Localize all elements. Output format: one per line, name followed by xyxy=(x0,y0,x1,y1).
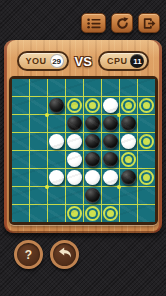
black-disc xyxy=(85,188,100,203)
cell-c7[interactable] xyxy=(48,187,65,204)
cell-h7[interactable] xyxy=(138,187,155,204)
cell-d6 xyxy=(66,169,83,186)
black-disc xyxy=(85,134,100,149)
cell-f8[interactable] xyxy=(102,205,119,222)
board-star-dot xyxy=(117,113,121,117)
question-mark-icon: ? xyxy=(25,248,32,262)
cell-a5[interactable] xyxy=(12,151,29,168)
circular-restart-arrow-icon xyxy=(116,17,129,30)
cell-h6[interactable] xyxy=(138,169,155,186)
black-disc xyxy=(85,152,100,167)
cell-b7[interactable] xyxy=(30,187,47,204)
undo-button[interactable] xyxy=(50,240,79,269)
cell-c6 xyxy=(48,169,65,186)
cell-c4 xyxy=(48,133,65,150)
cell-e1[interactable] xyxy=(84,79,101,96)
cell-a4[interactable] xyxy=(12,133,29,150)
black-disc xyxy=(85,116,100,131)
cell-h3[interactable] xyxy=(138,115,155,132)
cell-g2[interactable] xyxy=(120,97,137,114)
cell-g4 xyxy=(120,133,137,150)
you-score-pill: YOU 29 xyxy=(17,51,69,71)
undo-back-arrow-icon xyxy=(58,247,72,262)
cell-g7[interactable] xyxy=(120,187,137,204)
black-disc xyxy=(67,116,82,131)
black-disc xyxy=(103,152,118,167)
white-disc xyxy=(103,170,118,185)
black-disc xyxy=(121,170,136,185)
legal-move-hint xyxy=(121,98,136,113)
cell-e5 xyxy=(84,151,101,168)
white-disc xyxy=(67,152,82,167)
cell-g5[interactable] xyxy=(120,151,137,168)
cell-h5[interactable] xyxy=(138,151,155,168)
cell-f1[interactable] xyxy=(102,79,119,96)
board-star-dot xyxy=(45,113,49,117)
cell-e4 xyxy=(84,133,101,150)
cell-a2[interactable] xyxy=(12,97,29,114)
cell-f4 xyxy=(102,133,119,150)
cell-b2[interactable] xyxy=(30,97,47,114)
cell-h4[interactable] xyxy=(138,133,155,150)
white-disc xyxy=(103,98,118,113)
cell-a1[interactable] xyxy=(12,79,29,96)
black-disc xyxy=(103,134,118,149)
cell-e2[interactable] xyxy=(84,97,101,114)
menu-button[interactable] xyxy=(81,13,106,33)
cell-b1[interactable] xyxy=(30,79,47,96)
legal-move-hint xyxy=(85,206,100,221)
cell-c1[interactable] xyxy=(48,79,65,96)
white-disc xyxy=(49,134,64,149)
black-disc xyxy=(121,116,136,131)
cell-e3 xyxy=(84,115,101,132)
board-grid xyxy=(12,79,155,222)
list-menu-icon xyxy=(87,18,101,29)
cell-a6[interactable] xyxy=(12,169,29,186)
black-disc xyxy=(49,98,64,113)
cell-h2[interactable] xyxy=(138,97,155,114)
cell-e6 xyxy=(84,169,101,186)
cell-g1[interactable] xyxy=(120,79,137,96)
cell-b8[interactable] xyxy=(30,205,47,222)
cell-g8[interactable] xyxy=(120,205,137,222)
logout-exit-icon xyxy=(143,17,156,30)
cell-d4 xyxy=(66,133,83,150)
cell-h1[interactable] xyxy=(138,79,155,96)
cell-d5 xyxy=(66,151,83,168)
cell-b3[interactable] xyxy=(30,115,47,132)
legal-move-hint xyxy=(85,98,100,113)
legal-move-hint xyxy=(139,98,154,113)
legal-move-hint xyxy=(121,152,136,167)
cell-f3 xyxy=(102,115,119,132)
cell-c3[interactable] xyxy=(48,115,65,132)
you-score-badge: 29 xyxy=(50,54,64,68)
game-screen: YOU 29 VS CPU 11 ? xyxy=(0,0,166,296)
help-button[interactable]: ? xyxy=(14,240,43,269)
cell-f6 xyxy=(102,169,119,186)
cell-c5[interactable] xyxy=(48,151,65,168)
cell-a3[interactable] xyxy=(12,115,29,132)
cell-f7[interactable] xyxy=(102,187,119,204)
cell-b4[interactable] xyxy=(30,133,47,150)
cell-g3 xyxy=(120,115,137,132)
board-frame xyxy=(9,76,158,225)
cpu-score-badge: 11 xyxy=(130,54,144,68)
cell-a8[interactable] xyxy=(12,205,29,222)
restart-button[interactable] xyxy=(111,13,133,33)
cell-d7[interactable] xyxy=(66,187,83,204)
legal-move-hint xyxy=(67,98,82,113)
cell-d1[interactable] xyxy=(66,79,83,96)
wooden-panel: YOU 29 VS CPU 11 xyxy=(4,40,162,233)
white-disc xyxy=(49,170,64,185)
cell-b6[interactable] xyxy=(30,169,47,186)
vs-label: VS xyxy=(73,54,94,69)
cpu-score-pill: CPU 11 xyxy=(98,51,150,71)
cell-d8[interactable] xyxy=(66,205,83,222)
cell-d2[interactable] xyxy=(66,97,83,114)
cell-g6 xyxy=(120,169,137,186)
legal-move-hint xyxy=(139,134,154,149)
white-disc xyxy=(67,170,82,185)
cell-c2 xyxy=(48,97,65,114)
cell-a7[interactable] xyxy=(12,187,29,204)
cpu-label: CPU xyxy=(107,56,128,66)
cell-e8[interactable] xyxy=(84,205,101,222)
legal-move-hint xyxy=(139,170,154,185)
cell-h8[interactable] xyxy=(138,205,155,222)
toolbar xyxy=(81,13,160,33)
white-disc xyxy=(121,134,136,149)
board-star-dot xyxy=(45,185,49,189)
board-star-dot xyxy=(117,185,121,189)
legal-move-hint xyxy=(67,206,82,221)
exit-button[interactable] xyxy=(138,13,160,33)
cell-b5[interactable] xyxy=(30,151,47,168)
cell-e7 xyxy=(84,187,101,204)
white-disc xyxy=(67,134,82,149)
cell-f5 xyxy=(102,151,119,168)
legal-move-hint xyxy=(103,206,118,221)
black-disc xyxy=(103,116,118,131)
cell-d3 xyxy=(66,115,83,132)
scoreboard: YOU 29 VS CPU 11 xyxy=(4,40,162,72)
you-label: YOU xyxy=(26,56,47,66)
cell-c8[interactable] xyxy=(48,205,65,222)
white-disc xyxy=(85,170,100,185)
cell-f2 xyxy=(102,97,119,114)
